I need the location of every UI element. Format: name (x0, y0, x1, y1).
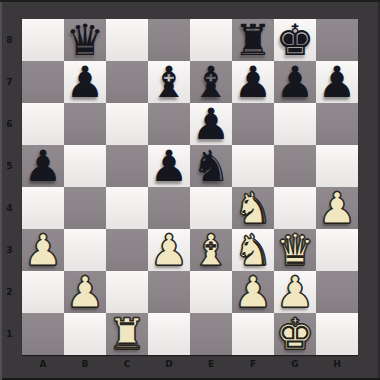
square-c1[interactable]: ♜ (106, 313, 148, 355)
square-h7[interactable]: ♟ (316, 61, 358, 103)
square-h2[interactable] (316, 271, 358, 313)
square-a7[interactable] (22, 61, 64, 103)
rank-label-3: 3 (0, 229, 19, 271)
square-e5[interactable]: ♞ (190, 145, 232, 187)
square-c8[interactable] (106, 19, 148, 61)
square-d6[interactable] (148, 103, 190, 145)
square-c7[interactable] (106, 61, 148, 103)
square-c6[interactable] (106, 103, 148, 145)
square-g7[interactable]: ♟ (274, 61, 316, 103)
white-knight-f3[interactable]: ♞ (232, 229, 274, 271)
rank-label-4: 4 (0, 187, 19, 229)
white-king-g1[interactable]: ♚ (274, 313, 316, 355)
white-pawn-b2[interactable]: ♟ (64, 271, 106, 313)
file-label-c: C (106, 357, 148, 375)
white-bishop-e3[interactable]: ♝ (190, 229, 232, 271)
square-a2[interactable] (22, 271, 64, 313)
square-d1[interactable] (148, 313, 190, 355)
square-g2[interactable]: ♟ (274, 271, 316, 313)
square-d5[interactable]: ♟ (148, 145, 190, 187)
square-g6[interactable] (274, 103, 316, 145)
square-a5[interactable]: ♟ (22, 145, 64, 187)
square-e6[interactable]: ♟ (190, 103, 232, 145)
black-pawn-b7[interactable]: ♟ (64, 61, 106, 103)
square-h5[interactable] (316, 145, 358, 187)
square-b2[interactable]: ♟ (64, 271, 106, 313)
black-king-g8[interactable]: ♚ (274, 19, 316, 61)
square-h1[interactable] (316, 313, 358, 355)
square-a3[interactable]: ♟ (22, 229, 64, 271)
square-b3[interactable] (64, 229, 106, 271)
rank-label-5: 5 (0, 145, 19, 187)
square-c3[interactable] (106, 229, 148, 271)
white-pawn-a3[interactable]: ♟ (22, 229, 64, 271)
square-b6[interactable] (64, 103, 106, 145)
rank-label-7: 7 (0, 61, 19, 103)
square-h3[interactable] (316, 229, 358, 271)
rank-label-2: 2 (0, 271, 19, 313)
black-pawn-h7[interactable]: ♟ (316, 61, 358, 103)
square-e8[interactable] (190, 19, 232, 61)
square-e7[interactable]: ♝ (190, 61, 232, 103)
black-pawn-d5[interactable]: ♟ (148, 145, 190, 187)
chess-board-frame: 87654321 ABCDEFGH ♛♜♚♟♝♝♟♟♟♟♟♟♞♞♟♟♟♝♞♛♟♟… (0, 0, 380, 380)
black-pawn-g7[interactable]: ♟ (274, 61, 316, 103)
file-label-d: D (148, 357, 190, 375)
square-f6[interactable] (232, 103, 274, 145)
square-a4[interactable] (22, 187, 64, 229)
white-queen-g3[interactable]: ♛ (274, 229, 316, 271)
rank-label-8: 8 (0, 19, 19, 61)
square-c2[interactable] (106, 271, 148, 313)
file-label-b: B (64, 357, 106, 375)
black-bishop-d7[interactable]: ♝ (148, 61, 190, 103)
square-a6[interactable] (22, 103, 64, 145)
square-a1[interactable] (22, 313, 64, 355)
square-f4[interactable]: ♞ (232, 187, 274, 229)
rank-label-1: 1 (0, 313, 19, 355)
square-d4[interactable] (148, 187, 190, 229)
file-label-g: G (274, 357, 316, 375)
square-f2[interactable]: ♟ (232, 271, 274, 313)
square-b7[interactable]: ♟ (64, 61, 106, 103)
square-f7[interactable]: ♟ (232, 61, 274, 103)
square-b1[interactable] (64, 313, 106, 355)
square-e2[interactable] (190, 271, 232, 313)
black-pawn-f7[interactable]: ♟ (232, 61, 274, 103)
black-knight-e5[interactable]: ♞ (190, 145, 232, 187)
square-c4[interactable] (106, 187, 148, 229)
black-queen-b8[interactable]: ♛ (64, 19, 106, 61)
square-g1[interactable]: ♚ (274, 313, 316, 355)
white-knight-f4[interactable]: ♞ (232, 187, 274, 229)
white-pawn-g2[interactable]: ♟ (274, 271, 316, 313)
square-e4[interactable] (190, 187, 232, 229)
square-h4[interactable]: ♟ (316, 187, 358, 229)
white-pawn-f2[interactable]: ♟ (232, 271, 274, 313)
square-a8[interactable] (22, 19, 64, 61)
square-d8[interactable] (148, 19, 190, 61)
black-pawn-a5[interactable]: ♟ (22, 145, 64, 187)
file-label-f: F (232, 357, 274, 375)
file-label-a: A (22, 357, 64, 375)
square-b8[interactable]: ♛ (64, 19, 106, 61)
square-b5[interactable] (64, 145, 106, 187)
file-labels: ABCDEFGH (22, 357, 358, 380)
rank-label-6: 6 (0, 103, 19, 145)
square-e3[interactable]: ♝ (190, 229, 232, 271)
square-g8[interactable]: ♚ (274, 19, 316, 61)
black-pawn-e6[interactable]: ♟ (190, 103, 232, 145)
white-pawn-d3[interactable]: ♟ (148, 229, 190, 271)
square-g4[interactable] (274, 187, 316, 229)
chess-board[interactable]: ♛♜♚♟♝♝♟♟♟♟♟♟♞♞♟♟♟♝♞♛♟♟♟♜♚ (22, 19, 358, 355)
square-d3[interactable]: ♟ (148, 229, 190, 271)
square-h6[interactable] (316, 103, 358, 145)
square-g3[interactable]: ♛ (274, 229, 316, 271)
square-f3[interactable]: ♞ (232, 229, 274, 271)
square-c5[interactable] (106, 145, 148, 187)
black-bishop-e7[interactable]: ♝ (190, 61, 232, 103)
square-d7[interactable]: ♝ (148, 61, 190, 103)
square-g5[interactable] (274, 145, 316, 187)
square-h8[interactable] (316, 19, 358, 61)
black-rook-f8[interactable]: ♜ (232, 19, 274, 61)
square-f8[interactable]: ♜ (232, 19, 274, 61)
square-d2[interactable] (148, 271, 190, 313)
square-b4[interactable] (64, 187, 106, 229)
rank-labels: 87654321 (0, 19, 22, 355)
square-e1[interactable] (190, 313, 232, 355)
square-f5[interactable] (232, 145, 274, 187)
white-rook-c1[interactable]: ♜ (106, 313, 148, 355)
white-pawn-h4[interactable]: ♟ (316, 187, 358, 229)
square-f1[interactable] (232, 313, 274, 355)
file-label-e: E (190, 357, 232, 375)
file-label-h: H (316, 357, 358, 375)
